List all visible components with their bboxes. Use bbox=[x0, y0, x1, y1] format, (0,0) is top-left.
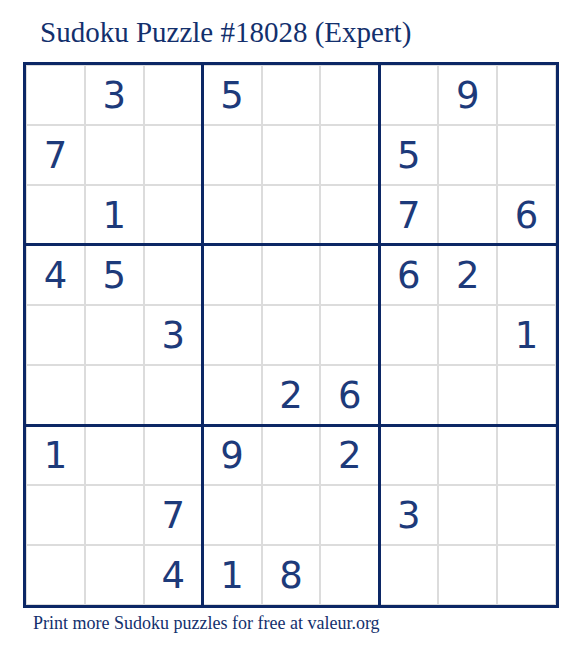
sudoku-cell bbox=[262, 485, 321, 545]
sudoku-cell: 9 bbox=[203, 425, 262, 485]
sudoku-cell bbox=[144, 365, 203, 425]
sudoku-cell bbox=[26, 545, 85, 605]
sudoku-cell bbox=[497, 365, 556, 425]
sudoku-cell bbox=[144, 185, 203, 245]
sudoku-cell bbox=[203, 245, 262, 305]
sudoku-cell bbox=[144, 65, 203, 125]
sudoku-cell bbox=[497, 245, 556, 305]
sudoku-cell bbox=[379, 365, 438, 425]
sudoku-cell: 1 bbox=[85, 185, 144, 245]
sudoku-cell bbox=[85, 545, 144, 605]
sudoku-cell bbox=[320, 185, 379, 245]
sudoku-cell bbox=[320, 485, 379, 545]
page: Sudoku Puzzle #18028 (Expert) 3597517645… bbox=[0, 0, 580, 651]
sudoku-cell bbox=[497, 485, 556, 545]
sudoku-cell bbox=[26, 65, 85, 125]
sudoku-cell bbox=[320, 125, 379, 185]
sudoku-cell bbox=[320, 305, 379, 365]
sudoku-cell bbox=[262, 245, 321, 305]
sudoku-cell: 9 bbox=[438, 65, 497, 125]
sudoku-cell: 8 bbox=[262, 545, 321, 605]
sudoku-cell: 3 bbox=[144, 305, 203, 365]
sudoku-cell: 1 bbox=[26, 425, 85, 485]
sudoku-cell: 5 bbox=[203, 65, 262, 125]
sudoku-cell bbox=[203, 305, 262, 365]
sudoku-cell: 4 bbox=[26, 245, 85, 305]
sudoku-cell: 7 bbox=[26, 125, 85, 185]
sudoku-cell bbox=[85, 425, 144, 485]
sudoku-cell bbox=[203, 185, 262, 245]
sudoku-cell bbox=[438, 185, 497, 245]
sudoku-cell: 7 bbox=[379, 185, 438, 245]
sudoku-cell bbox=[144, 125, 203, 185]
sudoku-cell: 5 bbox=[379, 125, 438, 185]
sudoku-cell: 1 bbox=[203, 545, 262, 605]
sudoku-cell: 6 bbox=[320, 365, 379, 425]
sudoku-cell: 6 bbox=[379, 245, 438, 305]
sudoku-cell bbox=[497, 545, 556, 605]
sudoku-cell bbox=[320, 545, 379, 605]
sudoku-cell bbox=[203, 365, 262, 425]
sudoku-board: 359751764562312619273418 bbox=[23, 62, 559, 608]
sudoku-cell bbox=[85, 485, 144, 545]
sudoku-cell bbox=[26, 365, 85, 425]
sudoku-cell: 6 bbox=[497, 185, 556, 245]
sudoku-cell: 2 bbox=[438, 245, 497, 305]
sudoku-cell bbox=[497, 425, 556, 485]
sudoku-cell: 3 bbox=[85, 65, 144, 125]
sudoku-cell bbox=[379, 545, 438, 605]
sudoku-cell bbox=[438, 125, 497, 185]
sudoku-cell: 2 bbox=[320, 425, 379, 485]
sudoku-cell bbox=[379, 425, 438, 485]
sudoku-cell bbox=[85, 305, 144, 365]
sudoku-cell bbox=[438, 425, 497, 485]
sudoku-cell: 4 bbox=[144, 545, 203, 605]
sudoku-cell bbox=[438, 305, 497, 365]
sudoku-cell bbox=[320, 245, 379, 305]
sudoku-cell bbox=[203, 485, 262, 545]
footer-text: Print more Sudoku puzzles for free at va… bbox=[33, 613, 380, 634]
sudoku-cell bbox=[85, 125, 144, 185]
sudoku-cell bbox=[144, 245, 203, 305]
sudoku-cell bbox=[379, 65, 438, 125]
sudoku-cell bbox=[262, 185, 321, 245]
sudoku-cell: 2 bbox=[262, 365, 321, 425]
sudoku-cell bbox=[262, 425, 321, 485]
page-title: Sudoku Puzzle #18028 (Expert) bbox=[40, 16, 411, 49]
sudoku-cell: 5 bbox=[85, 245, 144, 305]
sudoku-cell bbox=[438, 545, 497, 605]
sudoku-cell bbox=[497, 65, 556, 125]
sudoku-cell bbox=[262, 305, 321, 365]
sudoku-cell bbox=[262, 65, 321, 125]
sudoku-cell: 3 bbox=[379, 485, 438, 545]
sudoku-cell bbox=[26, 485, 85, 545]
sudoku-cell bbox=[438, 365, 497, 425]
sudoku-cell bbox=[497, 125, 556, 185]
sudoku-cell bbox=[85, 365, 144, 425]
sudoku-cell bbox=[26, 305, 85, 365]
sudoku-cell bbox=[320, 65, 379, 125]
sudoku-cell bbox=[379, 305, 438, 365]
sudoku-cell: 1 bbox=[497, 305, 556, 365]
sudoku-cell bbox=[26, 185, 85, 245]
sudoku-cell bbox=[144, 425, 203, 485]
sudoku-cell bbox=[438, 485, 497, 545]
sudoku-cell bbox=[203, 125, 262, 185]
sudoku-cell bbox=[262, 125, 321, 185]
sudoku-cell: 7 bbox=[144, 485, 203, 545]
